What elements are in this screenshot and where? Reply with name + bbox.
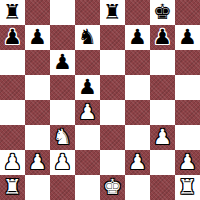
square-d5[interactable]: ♟ bbox=[75, 75, 100, 100]
black-knight-piece: ♞ bbox=[78, 25, 97, 50]
square-c1[interactable] bbox=[50, 175, 75, 200]
square-a8[interactable]: ♜ bbox=[0, 0, 25, 25]
black-rook-piece: ♜ bbox=[3, 0, 22, 25]
square-e4[interactable] bbox=[100, 100, 125, 125]
square-e1[interactable]: ♚ bbox=[100, 175, 125, 200]
white-pawn-piece: ♟ bbox=[128, 150, 147, 175]
square-e8[interactable]: ♜ bbox=[100, 0, 125, 25]
square-a6[interactable] bbox=[0, 50, 25, 75]
square-h1[interactable]: ♜ bbox=[175, 175, 200, 200]
square-d4[interactable]: ♟ bbox=[75, 100, 100, 125]
white-pawn-piece: ♟ bbox=[3, 150, 22, 175]
square-b3[interactable] bbox=[25, 125, 50, 150]
square-g6[interactable] bbox=[150, 50, 175, 75]
white-king-piece: ♚ bbox=[103, 175, 122, 200]
black-pawn-piece: ♟ bbox=[78, 75, 97, 100]
square-d6[interactable] bbox=[75, 50, 100, 75]
black-rook-piece: ♜ bbox=[103, 0, 122, 25]
black-king-piece: ♚ bbox=[153, 0, 172, 25]
square-b5[interactable] bbox=[25, 75, 50, 100]
chess-board: ♜♜♚♟♟♞♟♟♟♟♟♟♞♟♟♟♟♟♟♜♚♜ bbox=[0, 0, 200, 200]
square-d2[interactable] bbox=[75, 150, 100, 175]
square-f3[interactable] bbox=[125, 125, 150, 150]
square-b8[interactable] bbox=[25, 0, 50, 25]
square-f1[interactable] bbox=[125, 175, 150, 200]
square-e3[interactable] bbox=[100, 125, 125, 150]
square-a5[interactable] bbox=[0, 75, 25, 100]
black-pawn-piece: ♟ bbox=[3, 25, 22, 50]
square-e7[interactable] bbox=[100, 25, 125, 50]
white-pawn-piece: ♟ bbox=[53, 150, 72, 175]
square-f6[interactable] bbox=[125, 50, 150, 75]
square-g7[interactable]: ♟ bbox=[150, 25, 175, 50]
square-g3[interactable]: ♟ bbox=[150, 125, 175, 150]
square-e2[interactable] bbox=[100, 150, 125, 175]
square-g8[interactable]: ♚ bbox=[150, 0, 175, 25]
square-b1[interactable] bbox=[25, 175, 50, 200]
square-e5[interactable] bbox=[100, 75, 125, 100]
square-c3[interactable]: ♞ bbox=[50, 125, 75, 150]
square-f8[interactable] bbox=[125, 0, 150, 25]
square-c6[interactable]: ♟ bbox=[50, 50, 75, 75]
square-a4[interactable] bbox=[0, 100, 25, 125]
white-rook-piece: ♜ bbox=[178, 175, 197, 200]
square-g5[interactable] bbox=[150, 75, 175, 100]
square-b2[interactable]: ♟ bbox=[25, 150, 50, 175]
square-h2[interactable]: ♟ bbox=[175, 150, 200, 175]
square-h7[interactable]: ♟ bbox=[175, 25, 200, 50]
square-f7[interactable]: ♟ bbox=[125, 25, 150, 50]
square-g1[interactable] bbox=[150, 175, 175, 200]
white-knight-piece: ♞ bbox=[53, 125, 72, 150]
square-h3[interactable] bbox=[175, 125, 200, 150]
white-pawn-piece: ♟ bbox=[178, 150, 197, 175]
square-b4[interactable] bbox=[25, 100, 50, 125]
square-f5[interactable] bbox=[125, 75, 150, 100]
white-pawn-piece: ♟ bbox=[78, 100, 97, 125]
square-c2[interactable]: ♟ bbox=[50, 150, 75, 175]
square-a1[interactable]: ♜ bbox=[0, 175, 25, 200]
square-c7[interactable] bbox=[50, 25, 75, 50]
square-b7[interactable]: ♟ bbox=[25, 25, 50, 50]
square-h5[interactable] bbox=[175, 75, 200, 100]
white-rook-piece: ♜ bbox=[3, 175, 22, 200]
black-pawn-piece: ♟ bbox=[178, 25, 197, 50]
square-a7[interactable]: ♟ bbox=[0, 25, 25, 50]
square-g2[interactable] bbox=[150, 150, 175, 175]
square-c4[interactable] bbox=[50, 100, 75, 125]
square-d7[interactable]: ♞ bbox=[75, 25, 100, 50]
square-d1[interactable] bbox=[75, 175, 100, 200]
black-pawn-piece: ♟ bbox=[128, 25, 147, 50]
square-e6[interactable] bbox=[100, 50, 125, 75]
square-b6[interactable] bbox=[25, 50, 50, 75]
square-a2[interactable]: ♟ bbox=[0, 150, 25, 175]
square-f4[interactable] bbox=[125, 100, 150, 125]
square-c8[interactable] bbox=[50, 0, 75, 25]
square-d3[interactable] bbox=[75, 125, 100, 150]
square-h6[interactable] bbox=[175, 50, 200, 75]
square-h8[interactable] bbox=[175, 0, 200, 25]
black-pawn-piece: ♟ bbox=[28, 25, 47, 50]
black-pawn-piece: ♟ bbox=[153, 25, 172, 50]
white-pawn-piece: ♟ bbox=[28, 150, 47, 175]
black-pawn-piece: ♟ bbox=[53, 50, 72, 75]
white-pawn-piece: ♟ bbox=[153, 125, 172, 150]
square-d8[interactable] bbox=[75, 0, 100, 25]
square-a3[interactable] bbox=[0, 125, 25, 150]
square-g4[interactable] bbox=[150, 100, 175, 125]
square-h4[interactable] bbox=[175, 100, 200, 125]
square-c5[interactable] bbox=[50, 75, 75, 100]
square-f2[interactable]: ♟ bbox=[125, 150, 150, 175]
